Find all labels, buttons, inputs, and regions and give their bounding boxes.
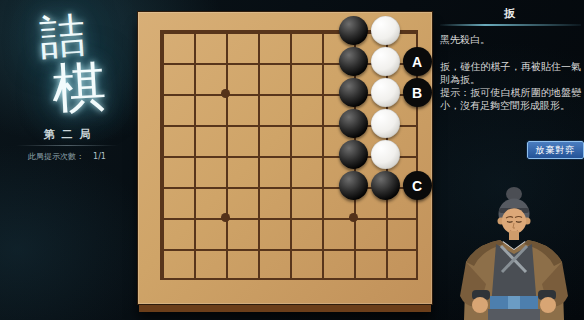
board-point-d4	[241, 108, 273, 139]
board-point-g6	[337, 170, 369, 201]
hint-count-line: 此局提示次數：1/1	[0, 151, 134, 162]
board-point-h7	[369, 201, 401, 232]
board-point-a3	[145, 77, 177, 108]
board-point-b2	[177, 46, 209, 77]
npc-character-illustration	[446, 184, 582, 320]
black-stone	[339, 171, 368, 200]
board-point-i6: C	[401, 170, 433, 201]
board-point-c6	[209, 170, 241, 201]
board-point-c7	[209, 201, 241, 232]
board-point-b9	[177, 263, 209, 294]
board-point-h5	[369, 139, 401, 170]
choice-marker-B[interactable]: B	[403, 78, 432, 107]
board-point-b1	[177, 15, 209, 46]
game-title-char-bottom: 棋	[50, 51, 108, 127]
left-panel-divider	[16, 145, 118, 146]
board-point-i1	[401, 15, 433, 46]
board-point-c4	[209, 108, 241, 139]
black-stone	[339, 109, 368, 138]
board-point-a8	[145, 232, 177, 263]
choice-marker-C[interactable]: C	[403, 171, 432, 200]
npc-character-svg	[446, 184, 582, 320]
board-point-h2	[369, 46, 401, 77]
board-point-h1	[369, 15, 401, 46]
board-point-c1	[209, 15, 241, 46]
board-point-e9	[273, 263, 305, 294]
black-stone	[339, 47, 368, 76]
board-point-b4	[177, 108, 209, 139]
board-point-i4	[401, 108, 433, 139]
board-point-f6	[305, 170, 337, 201]
board-point-e6	[273, 170, 305, 201]
board-point-d5	[241, 139, 273, 170]
board-point-g1	[337, 15, 369, 46]
board-point-d6	[241, 170, 273, 201]
board-point-i9	[401, 263, 433, 294]
board-point-e3	[273, 77, 305, 108]
board-point-e8	[273, 232, 305, 263]
board-point-i3: B	[401, 77, 433, 108]
board-point-f8	[305, 232, 337, 263]
board-point-i2: A	[401, 46, 433, 77]
board-point-f5	[305, 139, 337, 170]
board-point-g8	[337, 232, 369, 263]
tsumego-screen: { "game": "go", "puzzle_type": "tsumego …	[0, 0, 584, 320]
board-point-i7	[401, 201, 433, 232]
board-point-g7	[337, 201, 369, 232]
board-point-e1	[273, 15, 305, 46]
board-point-e7	[273, 201, 305, 232]
puzzle-info-panel: 扳 黑先殺白。 扳，碰住的棋子，再被貼住一氣則為扳。 提示：扳可使白棋所圍的地盤…	[440, 6, 581, 112]
board-point-h4	[369, 108, 401, 139]
go-board: ABC	[137, 11, 433, 305]
forfeit-button[interactable]: 放棄對弈	[527, 141, 584, 159]
stones-layer: ABC	[145, 15, 433, 294]
board-point-i8	[401, 232, 433, 263]
board-point-a4	[145, 108, 177, 139]
puzzle-objective: 黑先殺白。	[440, 33, 581, 46]
board-point-g2	[337, 46, 369, 77]
board-point-c9	[209, 263, 241, 294]
board-point-a2	[145, 46, 177, 77]
black-stone	[339, 78, 368, 107]
white-stone	[371, 16, 400, 45]
round-label: 第二局	[0, 127, 134, 142]
board-point-h9	[369, 263, 401, 294]
board-point-a5	[145, 139, 177, 170]
black-stone	[339, 140, 368, 169]
choice-marker-A[interactable]: A	[403, 47, 432, 76]
board-point-c8	[209, 232, 241, 263]
title-divider	[440, 24, 581, 26]
board-point-h8	[369, 232, 401, 263]
white-stone	[371, 109, 400, 138]
board-point-c2	[209, 46, 241, 77]
board-point-a7	[145, 201, 177, 232]
board-point-e4	[273, 108, 305, 139]
board-point-f4	[305, 108, 337, 139]
board-point-h3	[369, 77, 401, 108]
board-point-d7	[241, 201, 273, 232]
board-point-a9	[145, 263, 177, 294]
board-point-g3	[337, 77, 369, 108]
puzzle-title: 扳	[440, 6, 581, 21]
board-point-g5	[337, 139, 369, 170]
board-point-d9	[241, 263, 273, 294]
board-point-f2	[305, 46, 337, 77]
board-point-d1	[241, 15, 273, 46]
board-point-h6	[369, 170, 401, 201]
board-point-f3	[305, 77, 337, 108]
hint-count-label: 此局提示次數：	[28, 152, 84, 161]
board-point-e2	[273, 46, 305, 77]
puzzle-definition: 扳，碰住的棋子，再被貼住一氣則為扳。	[440, 60, 581, 86]
white-stone	[371, 140, 400, 169]
board-point-b7	[177, 201, 209, 232]
board-point-c5	[209, 139, 241, 170]
board-point-i5	[401, 139, 433, 170]
white-stone	[371, 47, 400, 76]
board-point-a6	[145, 170, 177, 201]
board-point-b6	[177, 170, 209, 201]
hint-count-value: 1/1	[93, 152, 106, 161]
white-stone	[371, 78, 400, 107]
board-point-d3	[241, 77, 273, 108]
board-point-a1	[145, 15, 177, 46]
board-point-g9	[337, 263, 369, 294]
board-point-d8	[241, 232, 273, 263]
board-point-f9	[305, 263, 337, 294]
puzzle-hint: 提示：扳可使白棋所圍的地盤變小，沒有足夠空間形成眼形。	[440, 86, 581, 112]
black-stone	[371, 171, 400, 200]
black-stone	[339, 16, 368, 45]
board-point-b5	[177, 139, 209, 170]
board-point-f7	[305, 201, 337, 232]
board-point-d2	[241, 46, 273, 77]
board-point-b3	[177, 77, 209, 108]
board-point-b8	[177, 232, 209, 263]
board-point-g4	[337, 108, 369, 139]
board-point-c3	[209, 77, 241, 108]
board-point-f1	[305, 15, 337, 46]
board-point-e5	[273, 139, 305, 170]
